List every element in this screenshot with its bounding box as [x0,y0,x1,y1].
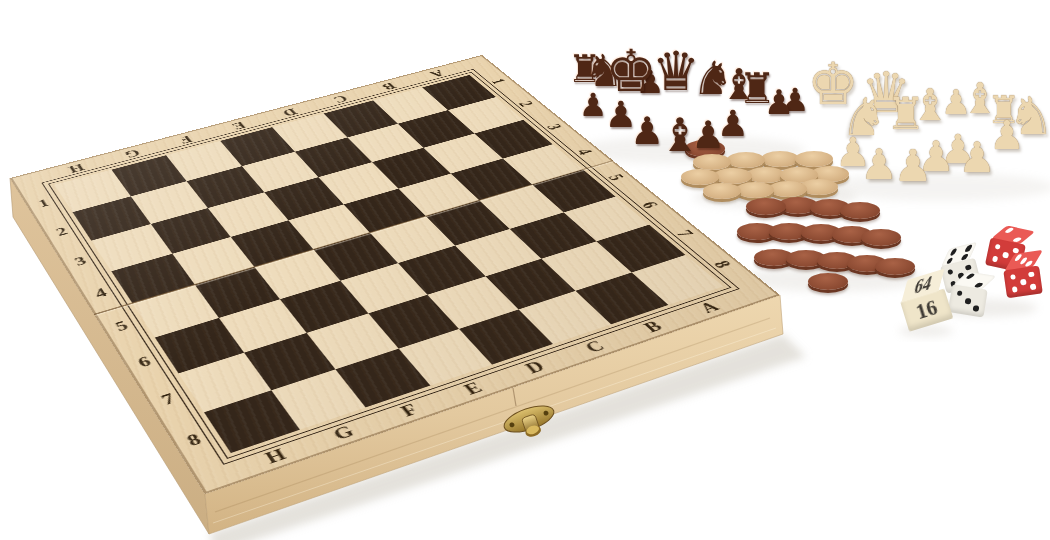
rank-label-left-1: 1 [36,198,51,209]
file-label-bottom-f: F [398,402,421,419]
rank-label-left-3: 3 [73,255,89,268]
rank-label-right-7: 7 [673,229,695,239]
file-label-top-h: H [67,162,87,174]
light-checkers-shadow [693,185,857,209]
file-label-top-f: F [178,134,195,144]
file-label-top-b: B [380,81,398,91]
file-label-top-e: E [230,120,248,130]
rank-label-left-5: 5 [113,319,130,333]
rank-label-left-2: 2 [54,226,69,238]
rank-label-right-3: 3 [544,123,564,131]
product-photo-stage: HGFEDCBAHGFEDCBA1234567812345678 ♜♞♟♚♟♛♞… [0,0,1050,540]
rank-label-right-6: 6 [638,200,660,210]
light-pieces-shadow [825,173,1050,201]
rank-label-right-2: 2 [516,100,536,108]
file-label-bottom-c: C [582,339,607,355]
file-label-top-d: D [281,107,300,117]
rank-label-left-7: 7 [159,392,178,408]
file-label-bottom-b: B [641,319,665,334]
rank-label-right-8: 8 [710,259,733,270]
rank-label-left-4: 4 [92,286,109,299]
file-label-bottom-d: D [522,359,547,376]
file-label-top-a: A [428,69,447,79]
file-label-bottom-g: G [330,424,357,443]
rank-label-right-1: 1 [489,78,508,85]
rank-label-right-4: 4 [574,147,595,156]
rank-label-right-5: 5 [605,173,626,182]
rank-label-left-6: 6 [135,354,153,369]
file-label-bottom-h: H [262,447,289,466]
file-label-top-g: G [122,148,142,160]
rank-label-left-8: 8 [184,431,203,448]
file-label-bottom-a: A [697,300,722,315]
file-label-bottom-e: E [461,380,485,397]
file-label-top-c: C [331,94,350,104]
